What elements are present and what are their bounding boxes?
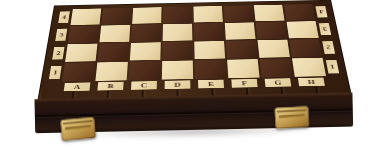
square-b1	[95, 62, 127, 81]
square-d3	[163, 24, 193, 41]
rank-label-left-4: 4	[58, 11, 70, 23]
file-label-e: E	[198, 80, 224, 89]
square-g4	[254, 5, 285, 21]
square-c4	[132, 7, 161, 24]
box-front-face	[34, 93, 353, 134]
square-e3	[194, 23, 224, 40]
right-clasp-icon	[274, 106, 309, 129]
square-a2	[65, 44, 97, 62]
square-c1	[129, 61, 161, 80]
square-a4	[71, 8, 102, 25]
square-e2	[194, 41, 225, 59]
square-f1	[227, 59, 259, 78]
square-b4	[101, 8, 131, 25]
square-c3	[131, 24, 161, 41]
square-b2	[97, 43, 129, 61]
file-label-h: H	[298, 78, 325, 87]
square-h3	[286, 21, 318, 38]
square-f4	[224, 5, 254, 22]
square-d1	[162, 60, 193, 79]
square-h4	[284, 4, 315, 20]
file-label-b: B	[97, 82, 123, 91]
square-b3	[99, 25, 130, 42]
square-g3	[256, 22, 288, 39]
file-label-d: D	[165, 80, 191, 89]
square-c2	[130, 42, 161, 60]
photo-background: 44332211ABCDEFGH	[0, 0, 376, 148]
left-clasp-icon	[60, 117, 96, 141]
file-label-f: F	[231, 79, 257, 88]
rank-label-right-1: 1	[326, 60, 339, 73]
square-g1	[260, 58, 293, 77]
square-e4	[193, 6, 222, 23]
chess-box: 44332211ABCDEFGH	[0, 0, 376, 148]
rank-label-left-1: 1	[49, 66, 62, 79]
square-a3	[68, 26, 100, 43]
rank-label-right-3: 3	[319, 23, 331, 35]
square-g2	[258, 40, 290, 58]
square-f3	[225, 22, 256, 39]
rank-label-left-2: 2	[52, 47, 64, 60]
square-h2	[289, 39, 322, 57]
square-e1	[195, 60, 227, 79]
rank-label-right-4: 4	[315, 6, 327, 18]
file-label-g: G	[265, 78, 292, 87]
rank-label-right-2: 2	[322, 41, 335, 54]
square-d2	[162, 42, 192, 60]
square-d4	[163, 7, 192, 24]
board-grid: 44332211ABCDEFGH	[39, 0, 351, 100]
square-h1	[292, 58, 326, 77]
square-f2	[226, 40, 258, 58]
file-label-a: A	[64, 82, 91, 91]
rank-label-left-3: 3	[55, 29, 67, 41]
square-a1	[62, 62, 95, 81]
file-label-c: C	[131, 81, 157, 90]
